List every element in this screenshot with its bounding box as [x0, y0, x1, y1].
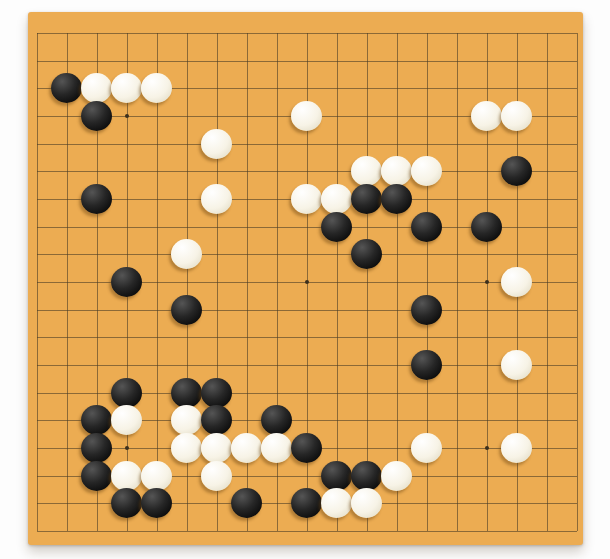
grid-line-vertical [337, 33, 338, 531]
grid-line-horizontal [37, 337, 577, 338]
white-stone[interactable] [381, 461, 412, 491]
black-stone[interactable] [81, 405, 112, 435]
black-stone[interactable] [501, 156, 532, 186]
star-point [125, 114, 129, 118]
white-stone[interactable] [321, 184, 352, 214]
black-stone[interactable] [111, 488, 142, 518]
black-stone[interactable] [81, 461, 112, 491]
star-point [125, 446, 129, 450]
black-stone[interactable] [291, 433, 322, 463]
black-stone[interactable] [291, 488, 322, 518]
black-stone[interactable] [351, 461, 382, 491]
black-stone[interactable] [471, 212, 502, 242]
black-stone[interactable] [411, 212, 442, 242]
white-stone[interactable] [381, 156, 412, 186]
grid-line-vertical [397, 33, 398, 531]
white-stone[interactable] [351, 488, 382, 518]
go-board[interactable] [28, 12, 583, 545]
black-stone[interactable] [171, 295, 202, 325]
grid-line-vertical [457, 33, 458, 531]
star-point [485, 280, 489, 284]
grid-line-vertical [367, 33, 368, 531]
white-stone[interactable] [501, 267, 532, 297]
black-stone[interactable] [81, 184, 112, 214]
white-stone[interactable] [411, 433, 442, 463]
white-stone[interactable] [171, 239, 202, 269]
white-stone[interactable] [231, 433, 262, 463]
grid-line-vertical [577, 33, 578, 531]
grid-line-horizontal [37, 310, 577, 311]
black-stone[interactable] [201, 378, 232, 408]
white-stone[interactable] [201, 461, 232, 491]
white-stone[interactable] [411, 156, 442, 186]
black-stone[interactable] [171, 378, 202, 408]
white-stone[interactable] [201, 129, 232, 159]
black-stone[interactable] [81, 433, 112, 463]
black-stone[interactable] [351, 184, 382, 214]
black-stone[interactable] [201, 405, 232, 435]
white-stone[interactable] [501, 433, 532, 463]
white-stone[interactable] [291, 184, 322, 214]
grid-line-horizontal [37, 365, 577, 366]
white-stone[interactable] [261, 433, 292, 463]
black-stone[interactable] [261, 405, 292, 435]
black-stone[interactable] [111, 267, 142, 297]
black-stone[interactable] [411, 295, 442, 325]
grid-line-vertical [547, 33, 548, 531]
star-point [485, 446, 489, 450]
white-stone[interactable] [351, 156, 382, 186]
black-stone[interactable] [321, 461, 352, 491]
white-stone[interactable] [111, 73, 142, 103]
white-stone[interactable] [501, 350, 532, 380]
white-stone[interactable] [171, 405, 202, 435]
white-stone[interactable] [291, 101, 322, 131]
black-stone[interactable] [411, 350, 442, 380]
white-stone[interactable] [201, 184, 232, 214]
white-stone[interactable] [471, 101, 502, 131]
black-stone[interactable] [381, 184, 412, 214]
white-stone[interactable] [201, 433, 232, 463]
white-stone[interactable] [141, 461, 172, 491]
black-stone[interactable] [81, 101, 112, 131]
black-stone[interactable] [141, 488, 172, 518]
black-stone[interactable] [51, 73, 82, 103]
white-stone[interactable] [171, 433, 202, 463]
go-board-grid [37, 33, 577, 531]
white-stone[interactable] [111, 405, 142, 435]
white-stone[interactable] [111, 461, 142, 491]
black-stone[interactable] [111, 378, 142, 408]
star-point [305, 280, 309, 284]
screenshot [0, 0, 610, 559]
white-stone[interactable] [141, 73, 172, 103]
white-stone[interactable] [321, 488, 352, 518]
black-stone[interactable] [321, 212, 352, 242]
black-stone[interactable] [351, 239, 382, 269]
white-stone[interactable] [501, 101, 532, 131]
black-stone[interactable] [231, 488, 262, 518]
grid-line-horizontal [37, 531, 577, 532]
white-stone[interactable] [81, 73, 112, 103]
